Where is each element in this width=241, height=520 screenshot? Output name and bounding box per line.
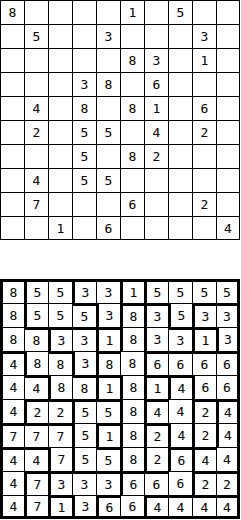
solution-cell-r5c2: 4: [24, 375, 48, 399]
solution-cell-r10c6: 6: [120, 495, 144, 519]
solution-cell-r8c3: 7: [48, 447, 72, 471]
solution-cell-r3c5: 1: [96, 327, 120, 351]
solution-cell-r2c2: 5: [24, 303, 48, 327]
puzzle-cell-r3c8: [168, 48, 192, 72]
puzzle-cell-r1c1: 8: [0, 0, 24, 24]
solution-cell-r2c7: 3: [144, 303, 168, 327]
puzzle-cell-r8c3: [48, 168, 72, 192]
puzzle-cell-r5c6: 8: [120, 96, 144, 120]
solution-cell-r2c1: 8: [0, 303, 24, 327]
puzzle-cell-r3c2: [24, 48, 48, 72]
solution-cell-r6c8: 4: [168, 399, 192, 423]
solution-cell-r5c1: 4: [0, 375, 24, 399]
puzzle-cell-r9c8: [168, 192, 192, 216]
puzzle-cell-r5c2: 4: [24, 96, 48, 120]
solution-cell-r3c4: 3: [72, 327, 96, 351]
solution-cell-r9c9: 2: [192, 471, 216, 495]
solution-cell-r9c7: 6: [144, 471, 168, 495]
solution-cell-r1c9: 5: [192, 279, 216, 303]
solution-cell-r1c4: 3: [72, 279, 96, 303]
solution-cell-r10c8: 4: [168, 495, 192, 519]
puzzle-cell-r5c7: 1: [144, 96, 168, 120]
puzzle-cell-r7c4: 5: [72, 144, 96, 168]
puzzle-cell-r10c3: 1: [48, 216, 72, 240]
solution-cell-r9c10: 2: [216, 471, 240, 495]
puzzle-cell-r2c8: [168, 24, 192, 48]
solution-cell-r7c10: 4: [216, 423, 240, 447]
solution-cell-r2c10: 3: [216, 303, 240, 327]
solution-cell-r8c2: 4: [24, 447, 48, 471]
solution-cell-r9c3: 3: [48, 471, 72, 495]
solution-cell-r3c3: 3: [48, 327, 72, 351]
puzzle-cell-r3c3: [48, 48, 72, 72]
puzzle-cell-r6c3: [48, 120, 72, 144]
solution-cell-r10c5: 6: [96, 495, 120, 519]
puzzle-cell-r5c1: [0, 96, 24, 120]
puzzle-cell-r7c8: [168, 144, 192, 168]
puzzle-cell-r5c8: [168, 96, 192, 120]
puzzle-cell-r7c3: [48, 144, 72, 168]
solution-cell-r6c4: 5: [72, 399, 96, 423]
puzzle-cell-r7c10: [216, 144, 240, 168]
puzzle-cell-r5c9: 6: [192, 96, 216, 120]
solution-cell-r6c1: 4: [0, 399, 24, 423]
puzzle-cell-r1c10: [216, 0, 240, 24]
puzzle-cell-r10c1: [0, 216, 24, 240]
solution-cell-r10c3: 1: [48, 495, 72, 519]
solution-cell-r4c6: 8: [120, 351, 144, 375]
solution-cell-r4c1: 4: [0, 351, 24, 375]
puzzle-cell-r3c10: [216, 48, 240, 72]
solution-cell-r1c7: 5: [144, 279, 168, 303]
solution-cell-r1c1: 8: [0, 279, 24, 303]
puzzle-cell-r8c2: 4: [24, 168, 48, 192]
puzzle-cell-r4c9: [192, 72, 216, 96]
puzzle-cell-r3c1: [0, 48, 24, 72]
solution-cell-r4c7: 6: [144, 351, 168, 375]
solution-cell-r5c7: 1: [144, 375, 168, 399]
puzzle-cell-r9c7: [144, 192, 168, 216]
puzzle-cell-r2c5: 3: [96, 24, 120, 48]
solution-cell-r5c5: 1: [96, 375, 120, 399]
solution-cell-r1c2: 5: [24, 279, 48, 303]
puzzle-cell-r9c9: 2: [192, 192, 216, 216]
solution-cell-r8c8: 6: [168, 447, 192, 471]
puzzle-cell-r9c6: 6: [120, 192, 144, 216]
solution-cell-r8c6: 8: [120, 447, 144, 471]
puzzle-cell-r6c7: 4: [144, 120, 168, 144]
puzzle-cell-r6c8: [168, 120, 192, 144]
puzzle-cell-r6c6: [120, 120, 144, 144]
puzzle-cell-r3c9: 1: [192, 48, 216, 72]
puzzle-cell-r2c4: [72, 24, 96, 48]
solution-cell-r7c2: 7: [24, 423, 48, 447]
puzzle-cell-r8c1: [0, 168, 24, 192]
solution-cell-r9c1: 4: [0, 471, 24, 495]
puzzle-cell-r8c6: [120, 168, 144, 192]
solution-cell-r8c4: 5: [72, 447, 96, 471]
puzzle-cell-r1c5: [96, 0, 120, 24]
solution-cell-r10c7: 4: [144, 495, 168, 519]
puzzle-cell-r3c6: 8: [120, 48, 144, 72]
solution-cell-r9c2: 7: [24, 471, 48, 495]
puzzle-cell-r4c3: [48, 72, 72, 96]
solution-cell-r9c4: 3: [72, 471, 96, 495]
solution-cell-r7c5: 1: [96, 423, 120, 447]
solution-cell-r4c3: 8: [48, 351, 72, 375]
solution-cell-r5c4: 8: [72, 375, 96, 399]
solution-cell-r1c8: 5: [168, 279, 192, 303]
puzzle-cell-r1c8: 5: [168, 0, 192, 24]
puzzle-cell-r4c1: [0, 72, 24, 96]
puzzle-cell-r3c4: [72, 48, 96, 72]
solution-cell-r6c9: 2: [192, 399, 216, 423]
puzzle-cell-r4c6: [120, 72, 144, 96]
solution-cell-r7c9: 2: [192, 423, 216, 447]
solution-cell-r10c9: 4: [192, 495, 216, 519]
solution-cell-r6c3: 2: [48, 399, 72, 423]
puzzle-cell-r1c7: [144, 0, 168, 24]
puzzle-cell-r6c9: 2: [192, 120, 216, 144]
solution-cell-r6c5: 5: [96, 399, 120, 423]
puzzle-cell-r9c4: [72, 192, 96, 216]
solution-cell-r2c4: 5: [72, 303, 96, 327]
solution-cell-r5c6: 8: [120, 375, 144, 399]
puzzle-cell-r4c4: 3: [72, 72, 96, 96]
solution-cell-r5c3: 8: [48, 375, 72, 399]
puzzle-cell-r4c5: 8: [96, 72, 120, 96]
solution-cell-r6c2: 2: [24, 399, 48, 423]
solution-cell-r3c8: 3: [168, 327, 192, 351]
solution-cell-r5c9: 6: [192, 375, 216, 399]
puzzle-cell-r2c10: [216, 24, 240, 48]
solution-cell-r5c8: 4: [168, 375, 192, 399]
solution-cell-r2c3: 5: [48, 303, 72, 327]
solution-cell-r3c7: 3: [144, 327, 168, 351]
puzzle-cell-r7c1: [0, 144, 24, 168]
solution-cell-r1c10: 5: [216, 279, 240, 303]
solution-cell-r4c2: 8: [24, 351, 48, 375]
puzzle-cell-r8c10: [216, 168, 240, 192]
solution-cell-r1c5: 3: [96, 279, 120, 303]
puzzle-cell-r6c4: 5: [72, 120, 96, 144]
puzzle-cell-r1c9: [192, 0, 216, 24]
solution-cell-r6c10: 4: [216, 399, 240, 423]
solution-cell-r10c2: 7: [24, 495, 48, 519]
solution-cell-r10c4: 3: [72, 495, 96, 519]
puzzle-cell-r4c2: [24, 72, 48, 96]
puzzle-cell-r7c9: [192, 144, 216, 168]
puzzle-cell-r8c9: [192, 168, 216, 192]
puzzle-grid: 8155338313864881625542582455762164: [0, 0, 240, 240]
solution-cell-r2c5: 3: [96, 303, 120, 327]
puzzle-cell-r6c10: [216, 120, 240, 144]
solution-cell-r7c1: 7: [0, 423, 24, 447]
puzzle-cell-r1c2: [24, 0, 48, 24]
solution-cell-r3c6: 8: [120, 327, 144, 351]
solution-cell-r8c9: 4: [192, 447, 216, 471]
solution-cell-r5c10: 6: [216, 375, 240, 399]
solution-cell-r4c8: 6: [168, 351, 192, 375]
puzzle-cell-r7c7: 2: [144, 144, 168, 168]
puzzle-cell-r10c2: [24, 216, 48, 240]
puzzle-cell-r9c5: [96, 192, 120, 216]
solution-cell-r7c7: 2: [144, 423, 168, 447]
puzzle-cell-r8c5: 5: [96, 168, 120, 192]
puzzle-cell-r1c4: [72, 0, 96, 24]
puzzle-cell-r7c5: [96, 144, 120, 168]
puzzle-cell-r8c8: [168, 168, 192, 192]
solution-cell-r7c6: 8: [120, 423, 144, 447]
solution-cell-r10c1: 4: [0, 495, 24, 519]
solution-cell-r4c5: 8: [96, 351, 120, 375]
solution-cell-r3c1: 8: [0, 327, 24, 351]
puzzle-cell-r3c7: 3: [144, 48, 168, 72]
solution-cell-r1c3: 5: [48, 279, 72, 303]
puzzle-cell-r9c2: 7: [24, 192, 48, 216]
puzzle-cell-r5c4: 8: [72, 96, 96, 120]
solution-cell-r8c10: 4: [216, 447, 240, 471]
solution-cell-r9c8: 6: [168, 471, 192, 495]
solution-cell-r3c9: 1: [192, 327, 216, 351]
solution-cell-r10c10: 4: [216, 495, 240, 519]
puzzle-cell-r5c5: [96, 96, 120, 120]
solution-cell-r4c9: 6: [192, 351, 216, 375]
puzzle-cell-r5c3: [48, 96, 72, 120]
solution-cell-r7c4: 5: [72, 423, 96, 447]
solution-cell-r2c9: 3: [192, 303, 216, 327]
puzzle-cell-r10c6: [120, 216, 144, 240]
solution-cell-r7c8: 4: [168, 423, 192, 447]
puzzle-cell-r10c4: [72, 216, 96, 240]
solution-cell-r6c6: 8: [120, 399, 144, 423]
puzzle-cell-r2c1: [0, 24, 24, 48]
puzzle-cell-r2c6: [120, 24, 144, 48]
fillomino-page: 8155338313864881625542582455762164 85533…: [0, 0, 241, 520]
puzzle-cell-r2c7: [144, 24, 168, 48]
solution-cell-r2c8: 5: [168, 303, 192, 327]
puzzle-cell-r2c2: 5: [24, 24, 48, 48]
solution-cell-r9c6: 6: [120, 471, 144, 495]
solution-cell-r3c10: 3: [216, 327, 240, 351]
solution-cell-r3c2: 8: [24, 327, 48, 351]
puzzle-cell-r1c6: 1: [120, 0, 144, 24]
puzzle-cell-r4c10: [216, 72, 240, 96]
puzzle-cell-r9c3: [48, 192, 72, 216]
solution-cell-r8c7: 2: [144, 447, 168, 471]
puzzle-cell-r6c1: [0, 120, 24, 144]
puzzle-cell-r4c8: [168, 72, 192, 96]
puzzle-cell-r8c4: 5: [72, 168, 96, 192]
puzzle-cell-r10c10: 4: [216, 216, 240, 240]
solution-cell-r7c3: 7: [48, 423, 72, 447]
solution-cell-r8c1: 4: [0, 447, 24, 471]
puzzle-cell-r8c7: [144, 168, 168, 192]
puzzle-cell-r2c3: [48, 24, 72, 48]
puzzle-cell-r3c5: [96, 48, 120, 72]
puzzle-cell-r10c9: [192, 216, 216, 240]
puzzle-cell-r6c2: 2: [24, 120, 48, 144]
puzzle-cell-r10c7: [144, 216, 168, 240]
solution-cell-r8c5: 5: [96, 447, 120, 471]
puzzle-cell-r7c2: [24, 144, 48, 168]
puzzle-cell-r10c5: 6: [96, 216, 120, 240]
puzzle-cell-r6c5: 5: [96, 120, 120, 144]
solution-cell-r4c10: 6: [216, 351, 240, 375]
solution-cell-r1c6: 1: [120, 279, 144, 303]
puzzle-cell-r9c1: [0, 192, 24, 216]
solution-cell-r2c6: 8: [120, 303, 144, 327]
puzzle-cell-r10c8: [168, 216, 192, 240]
puzzle-cell-r7c6: 8: [120, 144, 144, 168]
puzzle-cell-r2c9: 3: [192, 24, 216, 48]
solution-cell-r6c7: 4: [144, 399, 168, 423]
puzzle-cell-r1c3: [48, 0, 72, 24]
puzzle-cell-r9c10: [216, 192, 240, 216]
puzzle-cell-r5c10: [216, 96, 240, 120]
solution-cell-r9c5: 3: [96, 471, 120, 495]
solution-grid: 8553315555855538353388331833134883886666…: [0, 279, 240, 519]
solution-cell-r4c4: 3: [72, 351, 96, 375]
puzzle-cell-r4c7: 6: [144, 72, 168, 96]
